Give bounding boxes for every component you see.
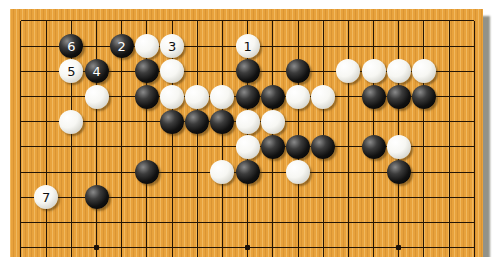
intersection-N10[interactable] <box>311 235 336 257</box>
intersection-E15[interactable] <box>109 109 134 134</box>
intersection-R17[interactable] <box>411 59 436 84</box>
intersection-E17[interactable] <box>109 59 134 84</box>
intersection-E19[interactable] <box>109 8 134 33</box>
intersection-D13[interactable] <box>84 160 109 185</box>
intersection-L16[interactable] <box>260 84 285 109</box>
intersection-D10[interactable] <box>84 235 109 257</box>
black-stone-move-2[interactable]: 2 <box>110 34 134 58</box>
intersection-G15[interactable] <box>160 109 185 134</box>
intersection-D19[interactable] <box>84 8 109 33</box>
intersection-P12[interactable] <box>361 185 386 210</box>
intersection-O17[interactable] <box>336 59 361 84</box>
intersection-G11[interactable] <box>160 210 185 235</box>
star-point <box>245 245 250 250</box>
intersection-T15[interactable] <box>462 109 487 134</box>
black-stone[interactable] <box>135 160 159 184</box>
intersection-G16[interactable] <box>160 84 185 109</box>
white-stone[interactable] <box>387 135 411 159</box>
intersection-L18[interactable] <box>260 34 285 59</box>
intersection-D14[interactable] <box>84 134 109 159</box>
intersection-D18[interactable] <box>84 34 109 59</box>
intersection-K11[interactable] <box>235 210 260 235</box>
intersection-S10[interactable] <box>437 235 462 257</box>
black-stone[interactable] <box>286 135 310 159</box>
intersection-M18[interactable] <box>285 34 310 59</box>
intersection-S16[interactable] <box>437 84 462 109</box>
intersection-S19[interactable] <box>437 8 462 33</box>
intersection-M10[interactable] <box>285 235 310 257</box>
intersection-A14[interactable] <box>8 134 33 159</box>
intersection-J14[interactable] <box>210 134 235 159</box>
black-stone[interactable] <box>286 59 310 83</box>
intersection-F10[interactable] <box>134 235 159 257</box>
intersection-A18[interactable] <box>8 34 33 59</box>
intersection-F11[interactable] <box>134 210 159 235</box>
black-stone[interactable] <box>135 59 159 83</box>
intersection-B13[interactable] <box>34 160 59 185</box>
intersection-P16[interactable] <box>361 84 386 109</box>
intersection-R16[interactable] <box>411 84 436 109</box>
intersection-P17[interactable] <box>361 59 386 84</box>
intersection-R11[interactable] <box>411 210 436 235</box>
black-stone[interactable] <box>387 160 411 184</box>
move-number-label: 5 <box>67 65 75 78</box>
intersection-L11[interactable] <box>260 210 285 235</box>
intersection-M13[interactable] <box>285 160 310 185</box>
intersection-F19[interactable] <box>134 8 159 33</box>
intersection-T18[interactable] <box>462 34 487 59</box>
intersection-S11[interactable] <box>437 210 462 235</box>
intersection-O13[interactable] <box>336 160 361 185</box>
intersection-Q11[interactable] <box>386 210 411 235</box>
intersection-G17[interactable] <box>160 59 185 84</box>
black-stone[interactable] <box>311 135 335 159</box>
white-stone[interactable] <box>236 110 260 134</box>
intersection-B11[interactable] <box>34 210 59 235</box>
intersection-K17[interactable] <box>235 59 260 84</box>
intersection-C19[interactable] <box>59 8 84 33</box>
intersection-A10[interactable] <box>8 235 33 257</box>
black-stone[interactable] <box>387 85 411 109</box>
black-stone[interactable] <box>135 85 159 109</box>
intersection-R15[interactable] <box>411 109 436 134</box>
intersection-T11[interactable] <box>462 210 487 235</box>
intersection-E12[interactable] <box>109 185 134 210</box>
intersection-L14[interactable] <box>260 134 285 159</box>
intersection-G12[interactable] <box>160 185 185 210</box>
intersection-H19[interactable] <box>185 8 210 33</box>
black-stone[interactable] <box>85 185 109 209</box>
intersection-P15[interactable] <box>361 109 386 134</box>
intersection-K14[interactable] <box>235 134 260 159</box>
intersection-D15[interactable] <box>84 109 109 134</box>
intersection-N15[interactable] <box>311 109 336 134</box>
intersection-E16[interactable] <box>109 84 134 109</box>
white-stone[interactable] <box>412 59 436 83</box>
intersection-C15[interactable] <box>59 109 84 134</box>
white-stone[interactable] <box>185 85 209 109</box>
intersection-R14[interactable] <box>411 134 436 159</box>
white-stone-move-5[interactable]: 5 <box>59 59 83 83</box>
intersection-A19[interactable] <box>8 8 33 33</box>
intersection-R10[interactable] <box>411 235 436 257</box>
black-stone[interactable] <box>362 85 386 109</box>
intersection-H15[interactable] <box>185 109 210 134</box>
intersection-O14[interactable] <box>336 134 361 159</box>
intersection-D17[interactable]: 4 <box>84 59 109 84</box>
intersection-O12[interactable] <box>336 185 361 210</box>
intersection-J12[interactable] <box>210 185 235 210</box>
intersection-N13[interactable] <box>311 160 336 185</box>
intersection-E18[interactable]: 2 <box>109 34 134 59</box>
black-stone[interactable] <box>362 135 386 159</box>
intersection-Q14[interactable] <box>386 134 411 159</box>
intersection-M12[interactable] <box>285 185 310 210</box>
intersection-N18[interactable] <box>311 34 336 59</box>
intersection-S15[interactable] <box>437 109 462 134</box>
intersection-A12[interactable] <box>8 185 33 210</box>
white-stone[interactable] <box>85 85 109 109</box>
intersection-Q17[interactable] <box>386 59 411 84</box>
intersection-B19[interactable] <box>34 8 59 33</box>
intersection-E11[interactable] <box>109 210 134 235</box>
white-stone-move-7[interactable]: 7 <box>34 185 58 209</box>
intersection-J16[interactable] <box>210 84 235 109</box>
intersection-M17[interactable] <box>285 59 310 84</box>
intersection-C14[interactable] <box>59 134 84 159</box>
intersection-M19[interactable] <box>285 8 310 33</box>
intersection-T13[interactable] <box>462 160 487 185</box>
intersection-T14[interactable] <box>462 134 487 159</box>
black-stone[interactable] <box>210 110 234 134</box>
intersection-L13[interactable] <box>260 160 285 185</box>
intersection-F15[interactable] <box>134 109 159 134</box>
intersection-M11[interactable] <box>285 210 310 235</box>
intersection-P10[interactable] <box>361 235 386 257</box>
intersection-E14[interactable] <box>109 134 134 159</box>
intersection-N14[interactable] <box>311 134 336 159</box>
move-number-label: 2 <box>118 40 126 53</box>
intersection-H13[interactable] <box>185 160 210 185</box>
intersection-G13[interactable] <box>160 160 185 185</box>
move-number-label: 1 <box>244 40 252 53</box>
intersection-D16[interactable] <box>84 84 109 109</box>
move-number-label: 4 <box>92 65 100 78</box>
intersection-A16[interactable] <box>8 84 33 109</box>
intersection-C18[interactable]: 6 <box>59 34 84 59</box>
intersection-C11[interactable] <box>59 210 84 235</box>
intersection-L19[interactable] <box>260 8 285 33</box>
intersection-T17[interactable] <box>462 59 487 84</box>
intersection-B16[interactable] <box>34 84 59 109</box>
intersection-H10[interactable] <box>185 235 210 257</box>
intersection-E10[interactable] <box>109 235 134 257</box>
intersection-B10[interactable] <box>34 235 59 257</box>
intersection-F17[interactable] <box>134 59 159 84</box>
white-stone[interactable] <box>210 85 234 109</box>
intersection-O11[interactable] <box>336 210 361 235</box>
intersection-J13[interactable] <box>210 160 235 185</box>
move-number-label: 6 <box>67 40 75 53</box>
intersection-A15[interactable] <box>8 109 33 134</box>
black-stone[interactable] <box>236 160 260 184</box>
intersection-J19[interactable] <box>210 8 235 33</box>
white-stone[interactable] <box>311 85 335 109</box>
white-stone-move-3[interactable]: 3 <box>160 34 184 58</box>
intersection-S13[interactable] <box>437 160 462 185</box>
intersection-K13[interactable] <box>235 160 260 185</box>
intersection-P18[interactable] <box>361 34 386 59</box>
white-stone[interactable] <box>59 110 83 134</box>
intersection-B15[interactable] <box>34 109 59 134</box>
intersection-F18[interactable] <box>134 34 159 59</box>
star-point <box>396 245 401 250</box>
black-stone[interactable] <box>412 85 436 109</box>
intersection-K19[interactable] <box>235 8 260 33</box>
intersection-T10[interactable] <box>462 235 487 257</box>
move-number-label: 3 <box>168 40 176 53</box>
intersection-K12[interactable] <box>235 185 260 210</box>
intersection-J17[interactable] <box>210 59 235 84</box>
intersection-J18[interactable] <box>210 34 235 59</box>
intersection-C10[interactable] <box>59 235 84 257</box>
intersection-G10[interactable] <box>160 235 185 257</box>
intersection-L17[interactable] <box>260 59 285 84</box>
intersection-H16[interactable] <box>185 84 210 109</box>
intersection-Q19[interactable] <box>386 8 411 33</box>
intersection-M16[interactable] <box>285 84 310 109</box>
intersection-F12[interactable] <box>134 185 159 210</box>
intersection-A13[interactable] <box>8 160 33 185</box>
white-stone[interactable] <box>160 59 184 83</box>
intersection-N19[interactable] <box>311 8 336 33</box>
intersection-B12[interactable]: 7 <box>34 185 59 210</box>
black-stone[interactable] <box>185 110 209 134</box>
move-number-label: 7 <box>42 191 50 204</box>
intersection-S17[interactable] <box>437 59 462 84</box>
intersection-D12[interactable] <box>84 185 109 210</box>
intersection-G18[interactable]: 3 <box>160 34 185 59</box>
white-stone[interactable] <box>160 85 184 109</box>
intersection-P13[interactable] <box>361 160 386 185</box>
intersection-S18[interactable] <box>437 34 462 59</box>
black-stone[interactable] <box>261 135 285 159</box>
intersection-R13[interactable] <box>411 160 436 185</box>
intersection-H14[interactable] <box>185 134 210 159</box>
intersection-O19[interactable] <box>336 8 361 33</box>
intersection-H18[interactable] <box>185 34 210 59</box>
intersection-Q16[interactable] <box>386 84 411 109</box>
intersection-C12[interactable] <box>59 185 84 210</box>
intersection-K16[interactable] <box>235 84 260 109</box>
intersection-F16[interactable] <box>134 84 159 109</box>
go-diagram-screenshot: 6231547 <box>0 0 500 257</box>
black-stone-move-6[interactable]: 6 <box>59 34 83 58</box>
intersection-Q15[interactable] <box>386 109 411 134</box>
intersection-Q13[interactable] <box>386 160 411 185</box>
white-stone[interactable] <box>286 160 310 184</box>
black-stone[interactable] <box>236 59 260 83</box>
intersection-Q18[interactable] <box>386 34 411 59</box>
intersection-B14[interactable] <box>34 134 59 159</box>
intersection-T12[interactable] <box>462 185 487 210</box>
intersection-P14[interactable] <box>361 134 386 159</box>
intersection-F14[interactable] <box>134 134 159 159</box>
intersection-A11[interactable] <box>8 210 33 235</box>
black-stone[interactable] <box>261 85 285 109</box>
star-point <box>94 245 99 250</box>
intersection-L10[interactable] <box>260 235 285 257</box>
intersection-K18[interactable]: 1 <box>235 34 260 59</box>
intersection-C13[interactable] <box>59 160 84 185</box>
white-stone-move-1[interactable]: 1 <box>236 34 260 58</box>
intersection-M14[interactable] <box>285 134 310 159</box>
intersection-R12[interactable] <box>411 185 436 210</box>
intersection-O18[interactable] <box>336 34 361 59</box>
intersection-A17[interactable] <box>8 59 33 84</box>
intersection-R19[interactable] <box>411 8 436 33</box>
intersection-T16[interactable] <box>462 84 487 109</box>
intersection-S14[interactable] <box>437 134 462 159</box>
intersection-H17[interactable] <box>185 59 210 84</box>
intersection-G19[interactable] <box>160 8 185 33</box>
intersection-J10[interactable] <box>210 235 235 257</box>
intersection-O16[interactable] <box>336 84 361 109</box>
white-stone[interactable] <box>261 110 285 134</box>
white-stone[interactable] <box>236 135 260 159</box>
white-stone[interactable] <box>387 59 411 83</box>
intersection-B18[interactable] <box>34 34 59 59</box>
intersection-L12[interactable] <box>260 185 285 210</box>
intersection-Q12[interactable] <box>386 185 411 210</box>
intersection-J11[interactable] <box>210 210 235 235</box>
intersection-H12[interactable] <box>185 185 210 210</box>
intersection-N17[interactable] <box>311 59 336 84</box>
intersection-O15[interactable] <box>336 109 361 134</box>
black-stone[interactable] <box>160 110 184 134</box>
intersection-N16[interactable] <box>311 84 336 109</box>
intersection-B17[interactable] <box>34 59 59 84</box>
white-stone[interactable] <box>286 85 310 109</box>
intersection-O10[interactable] <box>336 235 361 257</box>
intersection-E13[interactable] <box>109 160 134 185</box>
intersection-H11[interactable] <box>185 210 210 235</box>
intersection-P11[interactable] <box>361 210 386 235</box>
black-stone[interactable] <box>236 85 260 109</box>
black-stone-move-4[interactable]: 4 <box>85 59 109 83</box>
go-board-grid: 6231547 <box>8 8 487 257</box>
intersection-K10[interactable] <box>235 235 260 257</box>
intersection-P19[interactable] <box>361 8 386 33</box>
intersection-K15[interactable] <box>235 109 260 134</box>
intersection-F13[interactable] <box>134 160 159 185</box>
intersection-J15[interactable] <box>210 109 235 134</box>
intersection-Q10[interactable] <box>386 235 411 257</box>
intersection-R18[interactable] <box>411 34 436 59</box>
intersection-N11[interactable] <box>311 210 336 235</box>
white-stone[interactable] <box>336 59 360 83</box>
intersection-N12[interactable] <box>311 185 336 210</box>
white-stone[interactable] <box>210 160 234 184</box>
white-stone[interactable] <box>135 34 159 58</box>
intersection-C16[interactable] <box>59 84 84 109</box>
intersection-C17[interactable]: 5 <box>59 59 84 84</box>
intersection-S12[interactable] <box>437 185 462 210</box>
intersection-L15[interactable] <box>260 109 285 134</box>
intersection-M15[interactable] <box>285 109 310 134</box>
intersection-T19[interactable] <box>462 8 487 33</box>
intersection-D11[interactable] <box>84 210 109 235</box>
intersection-G14[interactable] <box>160 134 185 159</box>
white-stone[interactable] <box>362 59 386 83</box>
